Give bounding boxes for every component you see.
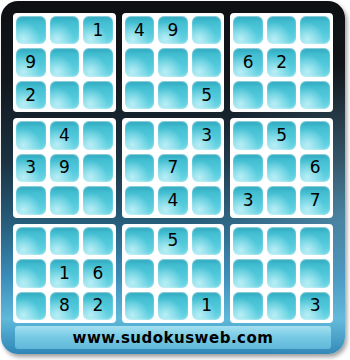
cell-r8c4[interactable] xyxy=(125,259,155,287)
cell-r9c8[interactable] xyxy=(267,292,297,320)
cell-r7c8[interactable] xyxy=(267,227,297,255)
cell-r3c5[interactable] xyxy=(158,81,188,109)
cell-r4c2[interactable]: 4 xyxy=(50,121,80,149)
cell-r6c2[interactable] xyxy=(50,186,80,214)
cell-r1c8[interactable] xyxy=(267,16,297,44)
cell-r6c1[interactable] xyxy=(16,186,46,214)
cell-r7c6[interactable] xyxy=(192,227,222,255)
footer-bar: www.sudokusweb.com xyxy=(15,326,331,349)
cell-r4c3[interactable] xyxy=(83,121,113,149)
cell-r6c5[interactable]: 4 xyxy=(158,186,188,214)
cell-r2c1[interactable]: 9 xyxy=(16,48,46,76)
cell-r1c5[interactable]: 9 xyxy=(158,16,188,44)
cell-r9c4[interactable] xyxy=(125,292,155,320)
cell-r7c2[interactable] xyxy=(50,227,80,255)
cell-r7c3[interactable] xyxy=(83,227,113,255)
cell-r6c4[interactable] xyxy=(125,186,155,214)
cell-r5c6[interactable] xyxy=(192,154,222,182)
cell-r5c3[interactable] xyxy=(83,154,113,182)
box-7: 1682 xyxy=(13,224,116,323)
cell-r5c4[interactable] xyxy=(125,154,155,182)
cell-r7c7[interactable] xyxy=(233,227,263,255)
cell-r7c5[interactable]: 5 xyxy=(158,227,188,255)
cell-r5c7[interactable] xyxy=(233,154,263,182)
box-4: 439 xyxy=(13,118,116,217)
box-6: 5637 xyxy=(230,118,333,217)
cell-r8c8[interactable] xyxy=(267,259,297,287)
cell-r1c6[interactable] xyxy=(192,16,222,44)
cell-r8c7[interactable] xyxy=(233,259,263,287)
cell-r4c1[interactable] xyxy=(16,121,46,149)
cell-r7c1[interactable] xyxy=(16,227,46,255)
box-3: 62 xyxy=(230,13,333,112)
cell-r9c3[interactable]: 2 xyxy=(83,292,113,320)
cell-r6c7[interactable]: 3 xyxy=(233,186,263,214)
cell-r2c7[interactable]: 6 xyxy=(233,48,263,76)
cell-r3c4[interactable] xyxy=(125,81,155,109)
cell-r3c1[interactable]: 2 xyxy=(16,81,46,109)
cell-r4c5[interactable] xyxy=(158,121,188,149)
cell-r1c2[interactable] xyxy=(50,16,80,44)
cell-r9c5[interactable] xyxy=(158,292,188,320)
cell-r1c3[interactable]: 1 xyxy=(83,16,113,44)
cell-r8c6[interactable] xyxy=(192,259,222,287)
cell-r4c8[interactable]: 5 xyxy=(267,121,297,149)
cell-r6c3[interactable] xyxy=(83,186,113,214)
cell-r4c9[interactable] xyxy=(300,121,330,149)
box-2: 495 xyxy=(122,13,225,112)
cell-r5c9[interactable]: 6 xyxy=(300,154,330,182)
cell-r2c5[interactable] xyxy=(158,48,188,76)
cell-r2c8[interactable]: 2 xyxy=(267,48,297,76)
sudoku-puzzle-image: 1924956243937456371682513 www.sudokusweb… xyxy=(0,0,350,360)
cell-r5c1[interactable]: 3 xyxy=(16,154,46,182)
cell-r3c2[interactable] xyxy=(50,81,80,109)
cell-r8c9[interactable] xyxy=(300,259,330,287)
cell-r8c3[interactable]: 6 xyxy=(83,259,113,287)
cell-r6c9[interactable]: 7 xyxy=(300,186,330,214)
cell-r9c1[interactable] xyxy=(16,292,46,320)
cell-r9c2[interactable]: 8 xyxy=(50,292,80,320)
cell-r4c4[interactable] xyxy=(125,121,155,149)
cell-r8c1[interactable] xyxy=(16,259,46,287)
cell-r4c6[interactable]: 3 xyxy=(192,121,222,149)
cell-r5c2[interactable]: 9 xyxy=(50,154,80,182)
cell-r1c4[interactable]: 4 xyxy=(125,16,155,44)
box-8: 51 xyxy=(122,224,225,323)
cell-r5c8[interactable] xyxy=(267,154,297,182)
cell-r8c5[interactable] xyxy=(158,259,188,287)
cell-r2c9[interactable] xyxy=(300,48,330,76)
cell-r6c6[interactable] xyxy=(192,186,222,214)
cell-r1c7[interactable] xyxy=(233,16,263,44)
cell-r1c1[interactable] xyxy=(16,16,46,44)
cell-r4c7[interactable] xyxy=(233,121,263,149)
cell-r2c2[interactable] xyxy=(50,48,80,76)
cell-r2c4[interactable] xyxy=(125,48,155,76)
board-frame: 1924956243937456371682513 www.sudokusweb… xyxy=(1,1,345,354)
cell-r7c9[interactable] xyxy=(300,227,330,255)
cell-r9c6[interactable]: 1 xyxy=(192,292,222,320)
cell-r9c9[interactable]: 3 xyxy=(300,292,330,320)
cell-r8c2[interactable]: 1 xyxy=(50,259,80,287)
cell-r2c3[interactable] xyxy=(83,48,113,76)
cell-r3c8[interactable] xyxy=(267,81,297,109)
cell-r3c7[interactable] xyxy=(233,81,263,109)
cell-r5c5[interactable]: 7 xyxy=(158,154,188,182)
cell-r1c9[interactable] xyxy=(300,16,330,44)
sudoku-board: 1924956243937456371682513 xyxy=(13,13,333,323)
cell-r9c7[interactable] xyxy=(233,292,263,320)
box-5: 374 xyxy=(122,118,225,217)
site-link[interactable]: www.sudokusweb.com xyxy=(73,329,274,347)
cell-r6c8[interactable] xyxy=(267,186,297,214)
cell-r7c4[interactable] xyxy=(125,227,155,255)
cell-r3c3[interactable] xyxy=(83,81,113,109)
box-1: 192 xyxy=(13,13,116,112)
cell-r2c6[interactable] xyxy=(192,48,222,76)
cell-r3c6[interactable]: 5 xyxy=(192,81,222,109)
box-9: 3 xyxy=(230,224,333,323)
cell-r3c9[interactable] xyxy=(300,81,330,109)
